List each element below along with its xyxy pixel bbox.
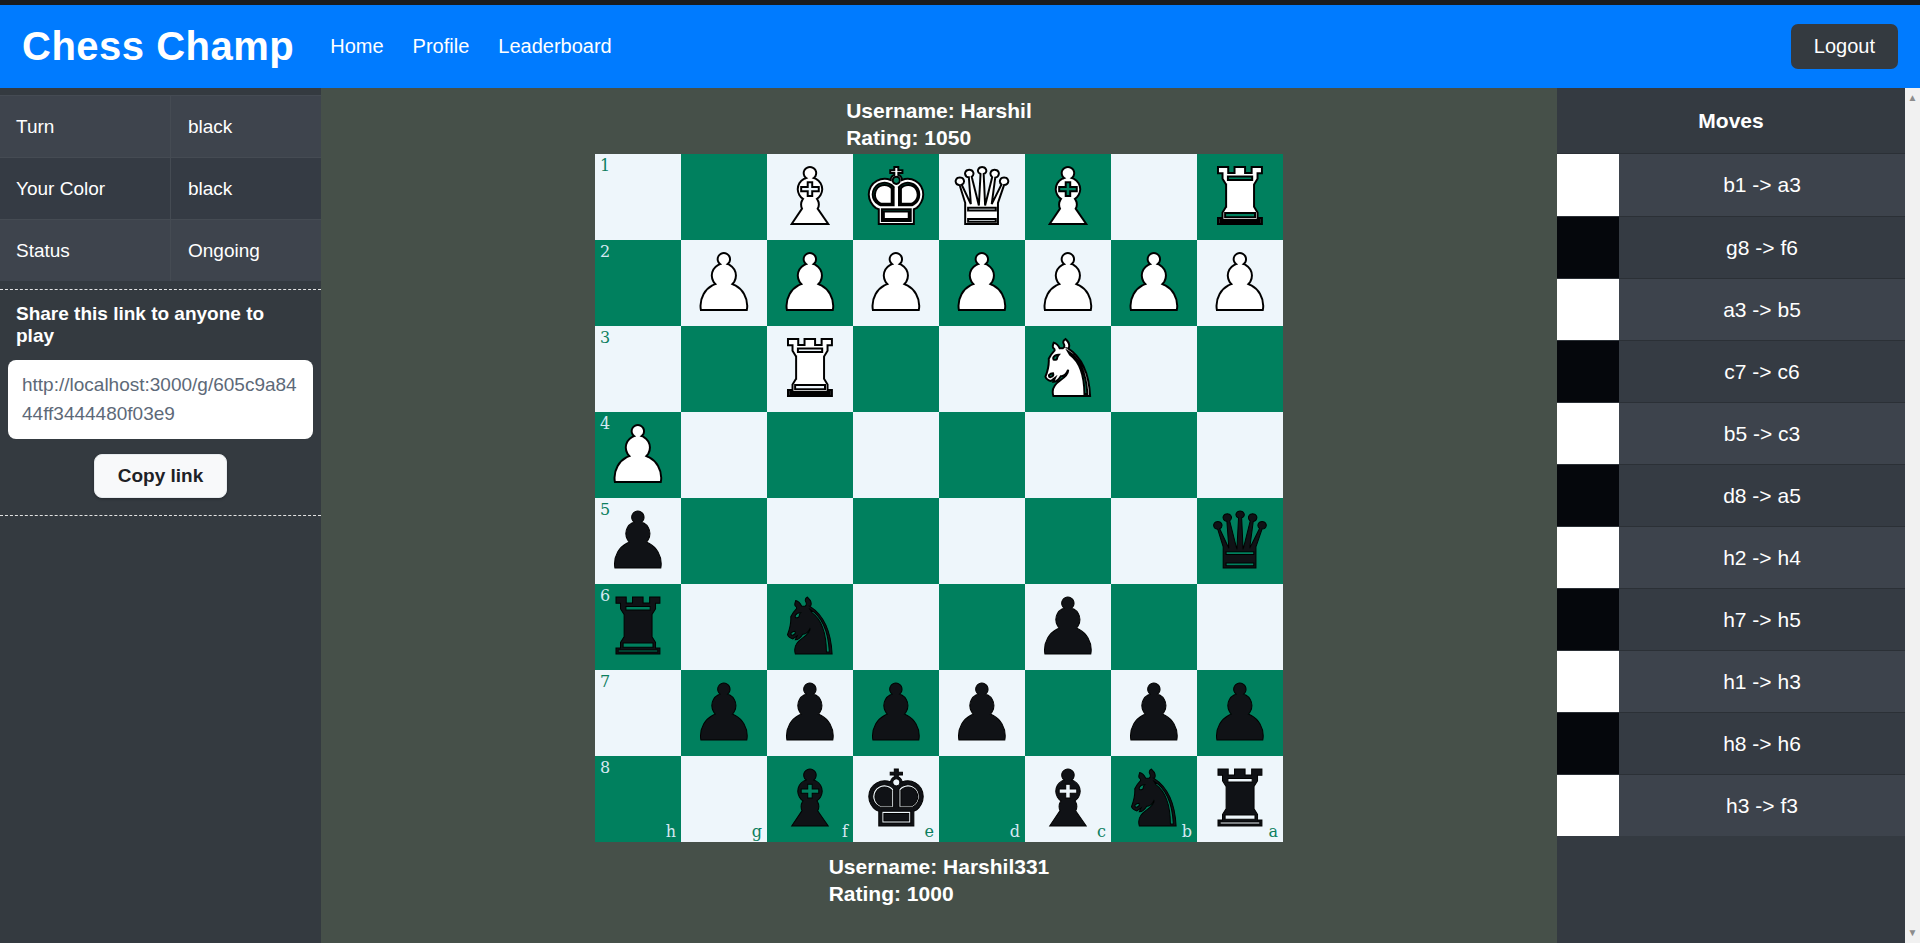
square-h2[interactable]: 2 xyxy=(595,240,681,326)
black-queen[interactable]: ♛ xyxy=(1197,498,1283,584)
white-queen[interactable]: ♛ xyxy=(939,154,1025,240)
moves-panel: Moves b1 -> a3g8 -> f6a3 -> b5c7 -> c6b5… xyxy=(1557,88,1905,943)
white-knight[interactable]: ♞ xyxy=(1025,326,1111,412)
file-label: f xyxy=(842,822,848,841)
square-g6[interactable] xyxy=(681,584,767,670)
move-text: c7 -> c6 xyxy=(1619,341,1905,402)
square-g2[interactable]: ♟ xyxy=(681,240,767,326)
nav-link-leaderboard[interactable]: Leaderboard xyxy=(498,35,611,58)
app-title: Chess Champ xyxy=(22,24,294,69)
square-f5[interactable] xyxy=(767,498,853,584)
square-c5[interactable] xyxy=(1025,498,1111,584)
square-b3[interactable] xyxy=(1111,326,1197,412)
page-content: TurnblackYour ColorblackStatusOngoing Sh… xyxy=(0,88,1920,943)
move-text: h8 -> h6 xyxy=(1619,713,1905,774)
white-pawn[interactable]: ♟ xyxy=(939,240,1025,326)
move-color-chip-white xyxy=(1557,775,1619,836)
rank-label: 6 xyxy=(600,586,610,605)
dashed-divider xyxy=(0,515,321,516)
move-row: d8 -> a5 xyxy=(1557,464,1905,526)
file-label: b xyxy=(1182,822,1192,841)
scrollbar[interactable]: ▲ ▼ xyxy=(1905,88,1920,943)
move-row: h3 -> f3 xyxy=(1557,774,1905,836)
square-e8[interactable]: e♚ xyxy=(853,756,939,842)
info-value: black xyxy=(170,96,321,157)
black-pawn[interactable]: ♟ xyxy=(767,670,853,756)
square-d6[interactable] xyxy=(939,584,1025,670)
info-row-status: StatusOngoing xyxy=(0,219,321,281)
square-a7[interactable]: ♟ xyxy=(1197,670,1283,756)
square-c3[interactable]: ♞ xyxy=(1025,326,1111,412)
square-d1[interactable]: ♛ xyxy=(939,154,1025,240)
square-b6[interactable] xyxy=(1111,584,1197,670)
copy-link-button[interactable]: Copy link xyxy=(94,454,228,498)
move-color-chip-white xyxy=(1557,651,1619,712)
move-color-chip-black xyxy=(1557,217,1619,278)
file-label: a xyxy=(1268,822,1278,841)
rank-label: 1 xyxy=(600,156,610,175)
square-d5[interactable] xyxy=(939,498,1025,584)
square-b5[interactable] xyxy=(1111,498,1197,584)
info-label: Your Color xyxy=(0,158,170,219)
black-pawn[interactable]: ♟ xyxy=(1197,670,1283,756)
chess-board: 1♝♚♛♝♜2♟♟♟♟♟♟♟3♜♞4♟5♟♛6♜♞♟7♟♟♟♟♟♟8hgf♝e♚… xyxy=(595,154,1283,842)
info-value: Ongoing xyxy=(170,220,321,281)
file-label: d xyxy=(1010,822,1020,841)
moves-list: b1 -> a3g8 -> f6a3 -> b5c7 -> c6b5 -> c3… xyxy=(1557,154,1905,836)
square-e5[interactable] xyxy=(853,498,939,584)
square-c2[interactable]: ♟ xyxy=(1025,240,1111,326)
move-color-chip-black xyxy=(1557,713,1619,774)
square-c4[interactable] xyxy=(1025,412,1111,498)
square-e4[interactable] xyxy=(853,412,939,498)
move-text: g8 -> f6 xyxy=(1619,217,1905,278)
move-text: d8 -> a5 xyxy=(1619,465,1905,526)
square-a1[interactable]: ♜ xyxy=(1197,154,1283,240)
rank-label: 4 xyxy=(600,414,610,433)
move-color-chip-black xyxy=(1557,341,1619,402)
square-h6[interactable]: 6♜ xyxy=(595,584,681,670)
scrollbar-up-arrow[interactable]: ▲ xyxy=(1905,88,1920,108)
opponent-info: Username: Harshil Rating: 1050 xyxy=(846,88,1032,151)
square-c6[interactable]: ♟ xyxy=(1025,584,1111,670)
square-h8[interactable]: 8h xyxy=(595,756,681,842)
scrollbar-down-arrow[interactable]: ▼ xyxy=(1905,923,1920,943)
square-d4[interactable] xyxy=(939,412,1025,498)
move-row: h1 -> h3 xyxy=(1557,650,1905,712)
white-pawn[interactable]: ♟ xyxy=(1025,240,1111,326)
move-text: b5 -> c3 xyxy=(1619,403,1905,464)
move-color-chip-black xyxy=(1557,589,1619,650)
square-d3[interactable] xyxy=(939,326,1025,412)
white-bishop[interactable]: ♝ xyxy=(767,154,853,240)
square-g5[interactable] xyxy=(681,498,767,584)
navbar: Chess Champ HomeProfileLeaderboard Logou… xyxy=(0,5,1920,88)
square-a2[interactable]: ♟ xyxy=(1197,240,1283,326)
file-label: e xyxy=(925,822,934,841)
square-c1[interactable]: ♝ xyxy=(1025,154,1111,240)
square-b4[interactable] xyxy=(1111,412,1197,498)
black-pawn[interactable]: ♟ xyxy=(1025,584,1111,670)
black-pawn[interactable]: ♟ xyxy=(681,670,767,756)
square-g1[interactable] xyxy=(681,154,767,240)
move-color-chip-white xyxy=(1557,279,1619,340)
white-pawn[interactable]: ♟ xyxy=(853,240,939,326)
file-label: c xyxy=(1097,822,1106,841)
white-rook[interactable]: ♜ xyxy=(1197,154,1283,240)
square-c8[interactable]: c♝ xyxy=(1025,756,1111,842)
move-row: h8 -> h6 xyxy=(1557,712,1905,774)
move-color-chip-white xyxy=(1557,527,1619,588)
square-e1[interactable]: ♚ xyxy=(853,154,939,240)
game-info-table: TurnblackYour ColorblackStatusOngoing xyxy=(0,95,321,281)
moves-title: Moves xyxy=(1557,88,1905,154)
opponent-username: Username: Harshil xyxy=(846,97,1032,124)
nav-link-home[interactable]: Home xyxy=(330,35,383,58)
white-pawn[interactable]: ♟ xyxy=(1197,240,1283,326)
square-h1[interactable]: 1 xyxy=(595,154,681,240)
square-a5[interactable]: ♛ xyxy=(1197,498,1283,584)
square-h7[interactable]: 7 xyxy=(595,670,681,756)
move-row: b1 -> a3 xyxy=(1557,154,1905,216)
square-f8[interactable]: f♝ xyxy=(767,756,853,842)
rank-label: 7 xyxy=(600,672,610,691)
player-username: Username: Harshil331 xyxy=(829,853,1050,880)
move-color-chip-black xyxy=(1557,465,1619,526)
move-text: h2 -> h4 xyxy=(1619,527,1905,588)
square-f3[interactable]: ♜ xyxy=(767,326,853,412)
opponent-rating: Rating: 1050 xyxy=(846,124,1032,151)
square-h3[interactable]: 3 xyxy=(595,326,681,412)
rank-label: 8 xyxy=(600,758,610,777)
white-king[interactable]: ♚ xyxy=(853,154,939,240)
move-row: h2 -> h4 xyxy=(1557,526,1905,588)
square-f4[interactable] xyxy=(767,412,853,498)
move-text: a3 -> b5 xyxy=(1619,279,1905,340)
square-b2[interactable]: ♟ xyxy=(1111,240,1197,326)
square-h5[interactable]: 5♟ xyxy=(595,498,681,584)
nav-links: HomeProfileLeaderboard xyxy=(330,35,1791,58)
square-f2[interactable]: ♟ xyxy=(767,240,853,326)
black-pawn[interactable]: ♟ xyxy=(853,670,939,756)
square-b7[interactable]: ♟ xyxy=(1111,670,1197,756)
move-row: a3 -> b5 xyxy=(1557,278,1905,340)
dashed-divider xyxy=(0,289,321,290)
share-heading: Share this link to anyone to play xyxy=(16,303,305,347)
square-f6[interactable]: ♞ xyxy=(767,584,853,670)
move-color-chip-white xyxy=(1557,154,1619,216)
white-rook[interactable]: ♜ xyxy=(767,326,853,412)
square-d8[interactable]: d xyxy=(939,756,1025,842)
square-c7[interactable] xyxy=(1025,670,1111,756)
move-row: c7 -> c6 xyxy=(1557,340,1905,402)
file-label: g xyxy=(752,822,762,841)
move-text: b1 -> a3 xyxy=(1619,154,1905,216)
move-row: g8 -> f6 xyxy=(1557,216,1905,278)
white-pawn[interactable]: ♟ xyxy=(767,240,853,326)
white-pawn[interactable]: ♟ xyxy=(1111,240,1197,326)
logout-button[interactable]: Logout xyxy=(1791,24,1898,69)
square-d2[interactable]: ♟ xyxy=(939,240,1025,326)
square-g4[interactable] xyxy=(681,412,767,498)
rank-label: 3 xyxy=(600,328,610,347)
square-f7[interactable]: ♟ xyxy=(767,670,853,756)
move-text: h1 -> h3 xyxy=(1619,651,1905,712)
square-h4[interactable]: 4♟ xyxy=(595,412,681,498)
square-g3[interactable] xyxy=(681,326,767,412)
square-a8[interactable]: a♜ xyxy=(1197,756,1283,842)
white-pawn[interactable]: ♟ xyxy=(681,240,767,326)
player-info: Username: Harshil331 Rating: 1000 xyxy=(829,853,1050,907)
info-row-turn: Turnblack xyxy=(0,95,321,157)
move-row: b5 -> c3 xyxy=(1557,402,1905,464)
square-g8[interactable]: g xyxy=(681,756,767,842)
sidebar: TurnblackYour ColorblackStatusOngoing Sh… xyxy=(0,88,321,943)
square-b1[interactable] xyxy=(1111,154,1197,240)
black-knight[interactable]: ♞ xyxy=(767,584,853,670)
share-link-box[interactable]: http://localhost:3000/g/605c9a8444ff3444… xyxy=(8,360,313,439)
square-e6[interactable] xyxy=(853,584,939,670)
square-a3[interactable] xyxy=(1197,326,1283,412)
square-f1[interactable]: ♝ xyxy=(767,154,853,240)
info-row-your-color: Your Colorblack xyxy=(0,157,321,219)
square-e2[interactable]: ♟ xyxy=(853,240,939,326)
move-color-chip-white xyxy=(1557,403,1619,464)
black-pawn[interactable]: ♟ xyxy=(1111,670,1197,756)
square-d7[interactable]: ♟ xyxy=(939,670,1025,756)
share-link-text: http://localhost:3000/g/605c9a8444ff3444… xyxy=(22,374,297,424)
nav-link-profile[interactable]: Profile xyxy=(413,35,470,58)
square-a6[interactable] xyxy=(1197,584,1283,670)
square-e7[interactable]: ♟ xyxy=(853,670,939,756)
square-g7[interactable]: ♟ xyxy=(681,670,767,756)
info-label: Turn xyxy=(0,96,170,157)
move-row: h7 -> h5 xyxy=(1557,588,1905,650)
rank-label: 5 xyxy=(600,500,610,519)
square-b8[interactable]: b♞ xyxy=(1111,756,1197,842)
black-pawn[interactable]: ♟ xyxy=(939,670,1025,756)
player-rating: Rating: 1000 xyxy=(829,880,1050,907)
move-text: h7 -> h5 xyxy=(1619,589,1905,650)
rank-label: 2 xyxy=(600,242,610,261)
game-area: Username: Harshil Rating: 1050 1♝♚♛♝♜2♟♟… xyxy=(321,88,1557,943)
move-text: h3 -> f3 xyxy=(1619,775,1905,836)
square-e3[interactable] xyxy=(853,326,939,412)
white-bishop[interactable]: ♝ xyxy=(1025,154,1111,240)
info-label: Status xyxy=(0,220,170,281)
info-value: black xyxy=(170,158,321,219)
black-bishop[interactable]: ♝ xyxy=(767,756,853,842)
square-a4[interactable] xyxy=(1197,412,1283,498)
file-label: h xyxy=(666,822,676,841)
